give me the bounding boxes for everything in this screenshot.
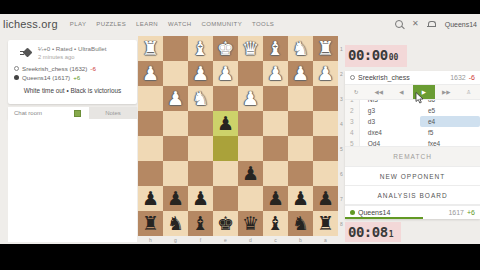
nav-puzzles[interactable]: PUZZLES xyxy=(96,21,126,27)
black-pawn[interactable]: ♟ xyxy=(192,189,209,208)
white-player-row[interactable]: Sreekrish_chess (1632) -6 xyxy=(14,65,131,72)
square-h8[interactable]: ♜ xyxy=(138,211,163,236)
square-h5[interactable] xyxy=(138,136,163,161)
square-g4[interactable] xyxy=(163,111,188,136)
black-rook[interactable]: ♜ xyxy=(142,214,159,233)
white-pawn[interactable]: ♟ xyxy=(242,89,259,108)
file-label-h: h xyxy=(138,237,163,243)
square-b5[interactable] xyxy=(288,136,313,161)
move-2-black[interactable]: e5 xyxy=(420,105,480,116)
square-f8[interactable]: ♝ xyxy=(188,211,213,236)
game-panel: Sreekrish_chess 1632 -6 ↻◀◀◀▶▶▶♙ 1Nf3d62… xyxy=(345,71,480,219)
analysis-icon[interactable]: ♙ xyxy=(458,85,480,99)
nav-tools[interactable]: TOOLS xyxy=(252,21,274,27)
panel-white-delta: -6 xyxy=(469,74,475,81)
players-list: Sreekrish_chess (1632) -6 Queens14 (1617… xyxy=(14,65,131,81)
square-b1[interactable]: ♞ xyxy=(288,36,313,61)
white-color-icon xyxy=(14,66,19,71)
panel-black-name: Queens14 xyxy=(358,209,390,216)
file-label-f: f xyxy=(188,237,213,243)
panel-black-delta: +6 xyxy=(467,209,475,216)
notes-tab-label: Notes xyxy=(105,110,121,116)
square-e3[interactable] xyxy=(213,86,238,111)
file-label-g: g xyxy=(163,237,188,243)
lichess-logo[interactable]: lichess.org xyxy=(3,18,58,30)
ultrabullet-icon xyxy=(20,48,32,58)
black-pawn[interactable]: ♟ xyxy=(267,189,284,208)
black-pawn[interactable]: ♟ xyxy=(292,189,309,208)
square-e5[interactable] xyxy=(213,136,238,161)
new-opponent-button[interactable]: NEW OPPONENT xyxy=(345,167,480,186)
panel-black-player-row[interactable]: Queens14 1617 +6 xyxy=(345,205,480,219)
black-player-row[interactable]: Queens14 (1617) +6 xyxy=(14,74,131,81)
square-c7[interactable]: ♟ xyxy=(263,186,288,211)
square-a8[interactable]: ♜ xyxy=(313,211,338,236)
black-king[interactable]: ♚ xyxy=(217,214,234,233)
black-knight[interactable]: ♞ xyxy=(167,214,184,233)
notifications-icon[interactable] xyxy=(428,21,436,27)
first-move-icon[interactable]: ◀◀ xyxy=(368,85,391,99)
black-pawn[interactable]: ♟ xyxy=(317,189,334,208)
nav-play[interactable]: PLAY xyxy=(70,21,87,27)
nav-watch[interactable]: WATCH xyxy=(168,21,191,27)
square-e6[interactable] xyxy=(213,161,238,186)
move-list[interactable]: 1Nf3d62g3e53d3e44dxe4f55Qd4fxe4 xyxy=(345,100,480,147)
white-clock-time: 00:00 xyxy=(348,47,388,63)
username-menu[interactable]: Queens14 xyxy=(445,21,477,28)
square-f4[interactable] xyxy=(188,111,213,136)
online-indicator-icon xyxy=(350,210,355,215)
square-h2[interactable]: ♟ xyxy=(138,61,163,86)
square-b4[interactable] xyxy=(288,111,313,136)
black-clock-time: 00:08 xyxy=(348,224,388,240)
move-row-5: 5Qd4fxe4 xyxy=(345,138,480,147)
square-h7[interactable]: ♟ xyxy=(138,186,163,211)
move-4-white[interactable]: dxe4 xyxy=(360,127,420,138)
square-b2[interactable]: ♟ xyxy=(288,61,313,86)
black-rook[interactable]: ♜ xyxy=(317,214,334,233)
next-move-icon[interactable]: ▶ xyxy=(413,85,436,99)
nav-learn[interactable]: LEARN xyxy=(136,21,158,27)
square-a1[interactable]: ♜ xyxy=(313,36,338,61)
chat-tab-label: Chat room xyxy=(14,110,42,116)
panel-white-name: Sreekrish_chess xyxy=(358,74,410,81)
black-pawn[interactable]: ♟ xyxy=(242,164,259,183)
black-rating-delta: +6 xyxy=(73,74,80,81)
square-h4[interactable] xyxy=(138,111,163,136)
rating-progress-bar xyxy=(345,217,423,219)
chat-messages[interactable] xyxy=(8,119,137,242)
square-d6[interactable]: ♟ xyxy=(238,161,263,186)
square-e7[interactable] xyxy=(213,186,238,211)
chat-toggle[interactable] xyxy=(74,110,81,117)
white-rating-delta: -6 xyxy=(90,65,96,72)
square-c8[interactable]: ♝ xyxy=(263,211,288,236)
top-nav-bar: lichess.org PLAY PUZZLES LEARN WATCH COM… xyxy=(0,14,480,34)
move-row-3: 3d3e4 xyxy=(345,116,480,127)
square-g2[interactable] xyxy=(163,61,188,86)
square-d7[interactable] xyxy=(238,186,263,211)
square-c5[interactable] xyxy=(263,136,288,161)
white-pawn[interactable]: ♟ xyxy=(167,89,184,108)
square-f6[interactable] xyxy=(188,161,213,186)
white-queen[interactable]: ♛ xyxy=(242,39,259,58)
square-f5[interactable] xyxy=(188,136,213,161)
panel-black-rating: 1617 xyxy=(448,209,464,216)
square-d2[interactable] xyxy=(238,61,263,86)
square-b7[interactable]: ♟ xyxy=(288,186,313,211)
search-icon[interactable] xyxy=(395,20,403,28)
black-pawn[interactable]: ♟ xyxy=(167,189,184,208)
game-result-text: White time out • Black is victorious xyxy=(14,87,131,94)
square-g6[interactable] xyxy=(163,161,188,186)
white-clock: 00:00 00 xyxy=(345,45,407,67)
file-coordinates: hgfedcba xyxy=(138,237,338,243)
square-c6[interactable] xyxy=(263,161,288,186)
file-label-a: a xyxy=(313,237,338,243)
tab-chat-room[interactable]: Chat room xyxy=(8,107,89,119)
white-bishop[interactable]: ♝ xyxy=(192,39,209,58)
move-number: 5 xyxy=(345,138,360,147)
square-d3[interactable]: ♟ xyxy=(238,86,263,111)
square-a6[interactable] xyxy=(313,161,338,186)
move-3-black[interactable]: e4 xyxy=(420,116,480,127)
square-a3[interactable] xyxy=(313,86,338,111)
square-g5[interactable] xyxy=(163,136,188,161)
last-move-icon[interactable]: ▶▶ xyxy=(435,85,458,99)
square-c2[interactable]: ♟ xyxy=(263,61,288,86)
white-clock-fraction: 00 xyxy=(389,53,399,62)
panel-white-rating: 1632 xyxy=(450,74,466,81)
square-d4[interactable] xyxy=(238,111,263,136)
square-f3[interactable]: ♞ xyxy=(188,86,213,111)
square-c3[interactable] xyxy=(263,86,288,111)
square-c4[interactable] xyxy=(263,111,288,136)
black-clock: 00:08 1 xyxy=(345,222,401,242)
black-bishop[interactable]: ♝ xyxy=(192,214,209,233)
square-b3[interactable] xyxy=(288,86,313,111)
move-5-white[interactable]: Qd4 xyxy=(360,138,420,147)
flip-board-icon[interactable]: ↻ xyxy=(345,85,368,99)
square-g3[interactable]: ♟ xyxy=(163,86,188,111)
white-pawn[interactable]: ♟ xyxy=(217,64,234,83)
move-2-white[interactable]: g3 xyxy=(360,105,420,116)
chess-board[interactable]: ♜♝♚♛♝♞♜♟♟♟♟♟♟♟♞♟♟♟♟♟♟♟♟♟♜♞♝♚♛♝♞♜ xyxy=(138,36,338,236)
square-b6[interactable] xyxy=(288,161,313,186)
move-3-white[interactable]: d3 xyxy=(360,116,420,127)
white-player-label: Sreekrish_chess (1632) xyxy=(22,65,87,72)
black-color-icon xyxy=(14,75,19,80)
black-bishop[interactable]: ♝ xyxy=(267,214,284,233)
nav-community[interactable]: COMMUNITY xyxy=(201,21,242,27)
square-h6[interactable] xyxy=(138,161,163,186)
white-rook[interactable]: ♜ xyxy=(317,39,334,58)
page: lichess.org PLAY PUZZLES LEARN WATCH COM… xyxy=(0,14,480,244)
move-row-4: 4dxe4f5 xyxy=(345,127,480,138)
file-label-e: e xyxy=(213,237,238,243)
square-b8[interactable]: ♞ xyxy=(288,211,313,236)
game-age: 2 minutes ago xyxy=(38,54,106,60)
square-f1[interactable]: ♝ xyxy=(188,36,213,61)
move-4-black[interactable]: f5 xyxy=(420,127,480,138)
file-label-b: b xyxy=(288,237,313,243)
black-knight[interactable]: ♞ xyxy=(292,214,309,233)
tab-notes[interactable]: Notes xyxy=(89,107,137,119)
white-bishop[interactable]: ♝ xyxy=(267,39,284,58)
white-knight[interactable]: ♞ xyxy=(192,89,209,108)
time-control: ¼+0 • Rated • UltraBullet xyxy=(38,45,106,52)
black-clock-fraction: 1 xyxy=(389,230,394,239)
rematch-button[interactable]: REMATCH xyxy=(345,147,480,167)
square-e8[interactable]: ♚ xyxy=(213,211,238,236)
move-number: 2 xyxy=(345,105,360,116)
square-g7[interactable]: ♟ xyxy=(163,186,188,211)
white-color-icon xyxy=(350,75,355,80)
game-info-card: ¼+0 • Rated • UltraBullet 2 minutes ago … xyxy=(8,40,137,104)
header-right: ✕ Queens14 xyxy=(395,14,477,34)
move-number: 3 xyxy=(345,116,360,127)
square-e2[interactable]: ♟ xyxy=(213,61,238,86)
screen: lichess.org PLAY PUZZLES LEARN WATCH COM… xyxy=(0,0,480,270)
previous-move-icon[interactable]: ◀ xyxy=(390,85,413,99)
move-navigation-bar: ↻◀◀◀▶▶▶♙ xyxy=(345,85,480,100)
square-e4[interactable]: ♟ xyxy=(213,111,238,136)
square-a7[interactable]: ♟ xyxy=(313,186,338,211)
black-queen[interactable]: ♛ xyxy=(242,214,259,233)
square-e1[interactable]: ♚ xyxy=(213,36,238,61)
file-label-d: d xyxy=(238,237,263,243)
move-5-black[interactable]: fxe4 xyxy=(420,138,480,147)
main-menu: PLAY PUZZLES LEARN WATCH COMMUNITY TOOLS xyxy=(70,21,275,27)
square-a2[interactable]: ♟ xyxy=(313,61,338,86)
white-king[interactable]: ♚ xyxy=(217,39,234,58)
square-d8[interactable]: ♛ xyxy=(238,211,263,236)
black-pawn[interactable]: ♟ xyxy=(142,189,159,208)
square-g1[interactable] xyxy=(163,36,188,61)
white-rook[interactable]: ♜ xyxy=(142,39,159,58)
move-number: 4 xyxy=(345,127,360,138)
panel-white-player-row[interactable]: Sreekrish_chess 1632 -6 xyxy=(345,71,480,85)
move-row-2: 2g3e5 xyxy=(345,105,480,116)
white-knight[interactable]: ♞ xyxy=(292,39,309,58)
game-meta: ¼+0 • Rated • UltraBullet 2 minutes ago xyxy=(20,45,131,60)
square-d5[interactable] xyxy=(238,136,263,161)
square-a5[interactable] xyxy=(313,136,338,161)
square-f7[interactable]: ♟ xyxy=(188,186,213,211)
chat-tabs: Chat room Notes xyxy=(8,107,137,119)
white-pawn[interactable]: ♟ xyxy=(267,64,284,83)
square-c1[interactable]: ♝ xyxy=(263,36,288,61)
white-pawn[interactable]: ♟ xyxy=(142,64,159,83)
black-pawn[interactable]: ♟ xyxy=(217,114,234,133)
square-h3[interactable] xyxy=(138,86,163,111)
square-g8[interactable]: ♞ xyxy=(163,211,188,236)
square-a4[interactable] xyxy=(313,111,338,136)
square-f2[interactable]: ♟ xyxy=(188,61,213,86)
square-h1[interactable]: ♜ xyxy=(138,36,163,61)
challenges-icon[interactable]: ✕ xyxy=(412,20,419,28)
square-d1[interactable]: ♛ xyxy=(238,36,263,61)
white-pawn[interactable]: ♟ xyxy=(192,64,209,83)
analysis-board-button[interactable]: ANALYSIS BOARD xyxy=(345,186,480,205)
white-pawn[interactable]: ♟ xyxy=(292,64,309,83)
white-pawn[interactable]: ♟ xyxy=(317,64,334,83)
black-player-label: Queens14 (1617) xyxy=(22,74,70,81)
file-label-c: c xyxy=(263,237,288,243)
